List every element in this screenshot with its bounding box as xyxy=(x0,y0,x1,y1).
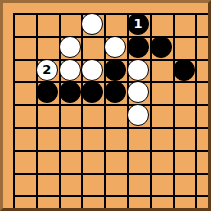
stones-layer: 12 xyxy=(13,13,211,211)
black-stone: 1 xyxy=(127,13,149,35)
black-stone xyxy=(59,81,81,103)
move-number-label: 1 xyxy=(133,17,142,30)
white-stone xyxy=(127,81,149,103)
move-number-label: 2 xyxy=(42,63,51,76)
black-stone xyxy=(104,81,126,103)
white-stone xyxy=(59,36,81,58)
black-stone xyxy=(36,81,58,103)
white-stone: 2 xyxy=(36,59,58,81)
white-stone xyxy=(104,36,126,58)
black-stone xyxy=(104,59,126,81)
black-stone xyxy=(81,81,103,103)
white-stone xyxy=(127,59,149,81)
black-stone xyxy=(150,36,172,58)
black-stone xyxy=(127,36,149,58)
white-stone xyxy=(59,59,81,81)
white-stone xyxy=(81,13,103,35)
white-stone xyxy=(81,59,103,81)
go-board: 12 xyxy=(0,0,211,211)
white-stone xyxy=(127,104,149,126)
black-stone xyxy=(173,59,195,81)
